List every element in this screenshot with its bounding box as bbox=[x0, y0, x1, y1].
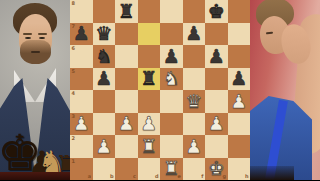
square-c7[interactable] bbox=[115, 23, 138, 46]
square-f7[interactable]: ♟ bbox=[183, 23, 206, 46]
square-h5[interactable]: ♟ bbox=[228, 68, 251, 91]
square-c1[interactable]: c bbox=[115, 158, 138, 181]
square-b6[interactable]: ♞ bbox=[93, 45, 116, 68]
white-queen-f4[interactable]: ♛ bbox=[183, 90, 206, 113]
black-pawn-g6[interactable]: ♟ bbox=[205, 45, 228, 68]
black-rook-d5[interactable]: ♜ bbox=[138, 68, 161, 91]
white-pawn-b2[interactable]: ♟ bbox=[93, 135, 116, 158]
screenshot-stage: ♚ ♟ ♞ ♜ 8♜♚7♟♛♟6♞♟♟5♟♜♞♟4♛♟3♟♟♟♟2♟♜♟1abc… bbox=[0, 0, 320, 180]
square-b8[interactable] bbox=[93, 0, 116, 23]
chess-board: 8♜♚7♟♛♟6♞♟♟5♟♜♞♟4♛♟3♟♟♟♟2♟♜♟1abcde♜fg♚h bbox=[70, 0, 250, 180]
file-label-a: a bbox=[88, 174, 91, 179]
square-h8[interactable] bbox=[228, 0, 251, 23]
square-h6[interactable] bbox=[228, 45, 251, 68]
black-king-g8[interactable]: ♚ bbox=[205, 0, 228, 23]
square-f8[interactable] bbox=[183, 0, 206, 23]
square-e1[interactable]: e♜ bbox=[160, 158, 183, 181]
square-g1[interactable]: g♚ bbox=[205, 158, 228, 181]
wooden-pieces-foreground: ♚ ♟ ♞ ♜ bbox=[0, 120, 70, 180]
square-g3[interactable]: ♟ bbox=[205, 113, 228, 136]
file-label-f: f bbox=[201, 174, 203, 179]
file-label-d: d bbox=[155, 174, 159, 179]
square-d4[interactable] bbox=[138, 90, 161, 113]
rank-label-4: 4 bbox=[72, 91, 75, 96]
square-c5[interactable] bbox=[115, 68, 138, 91]
square-e7[interactable] bbox=[160, 23, 183, 46]
rank-label-5: 5 bbox=[72, 69, 75, 74]
white-king-g1[interactable]: ♚ bbox=[205, 158, 228, 181]
square-g5[interactable] bbox=[205, 68, 228, 91]
square-g7[interactable] bbox=[205, 23, 228, 46]
square-a6[interactable]: 6 bbox=[70, 45, 93, 68]
white-rook-d2[interactable]: ♜ bbox=[138, 135, 161, 158]
file-label-b: b bbox=[110, 174, 114, 179]
square-g2[interactable] bbox=[205, 135, 228, 158]
square-f4[interactable]: ♛ bbox=[183, 90, 206, 113]
square-a4[interactable]: 4 bbox=[70, 90, 93, 113]
left-player-eyebrow bbox=[38, 33, 47, 35]
square-d7[interactable] bbox=[138, 23, 161, 46]
square-b3[interactable] bbox=[93, 113, 116, 136]
square-b2[interactable]: ♟ bbox=[93, 135, 116, 158]
square-b4[interactable] bbox=[93, 90, 116, 113]
rank-label-8: 8 bbox=[72, 1, 75, 6]
square-c8[interactable]: ♜ bbox=[115, 0, 138, 23]
white-pawn-g3[interactable]: ♟ bbox=[205, 113, 228, 136]
white-pawn-h4[interactable]: ♟ bbox=[228, 90, 251, 113]
square-d1[interactable]: d bbox=[138, 158, 161, 181]
square-a2[interactable]: 2 bbox=[70, 135, 93, 158]
black-pawn-h5[interactable]: ♟ bbox=[228, 68, 251, 91]
square-g4[interactable] bbox=[205, 90, 228, 113]
white-pawn-a3[interactable]: ♟ bbox=[70, 113, 93, 136]
black-pawn-e6[interactable]: ♟ bbox=[160, 45, 183, 68]
square-h2[interactable] bbox=[228, 135, 251, 158]
black-pawn-f7[interactable]: ♟ bbox=[183, 23, 206, 46]
square-d2[interactable]: ♜ bbox=[138, 135, 161, 158]
table-edge bbox=[0, 172, 70, 180]
square-h1[interactable]: h bbox=[228, 158, 251, 181]
square-h4[interactable]: ♟ bbox=[228, 90, 251, 113]
player-photo-right bbox=[250, 0, 320, 180]
white-pawn-f2[interactable]: ♟ bbox=[183, 135, 206, 158]
black-knight-b6[interactable]: ♞ bbox=[93, 45, 116, 68]
left-player-mouth bbox=[31, 51, 40, 53]
square-e3[interactable] bbox=[160, 113, 183, 136]
square-g6[interactable]: ♟ bbox=[205, 45, 228, 68]
square-e4[interactable] bbox=[160, 90, 183, 113]
square-e6[interactable]: ♟ bbox=[160, 45, 183, 68]
black-rook-c8[interactable]: ♜ bbox=[115, 0, 138, 23]
square-g8[interactable]: ♚ bbox=[205, 0, 228, 23]
square-c4[interactable] bbox=[115, 90, 138, 113]
square-f5[interactable] bbox=[183, 68, 206, 91]
white-pawn-d3[interactable]: ♟ bbox=[138, 113, 161, 136]
square-f3[interactable] bbox=[183, 113, 206, 136]
file-label-c: c bbox=[133, 174, 136, 179]
square-b1[interactable]: b bbox=[93, 158, 116, 181]
rank-label-1: 1 bbox=[72, 159, 75, 164]
file-label-h: h bbox=[245, 174, 249, 179]
square-a3[interactable]: 3♟ bbox=[70, 113, 93, 136]
black-queen-b7[interactable]: ♛ bbox=[93, 23, 116, 46]
rank-label-6: 6 bbox=[72, 46, 75, 51]
white-rook-e1[interactable]: ♜ bbox=[160, 158, 183, 181]
square-b7[interactable]: ♛ bbox=[93, 23, 116, 46]
square-h7[interactable] bbox=[228, 23, 251, 46]
square-e2[interactable] bbox=[160, 135, 183, 158]
square-c6[interactable] bbox=[115, 45, 138, 68]
square-f1[interactable]: f bbox=[183, 158, 206, 181]
square-b5[interactable]: ♟ bbox=[93, 68, 116, 91]
square-d3[interactable]: ♟ bbox=[138, 113, 161, 136]
square-d8[interactable] bbox=[138, 0, 161, 23]
white-knight-e5[interactable]: ♞ bbox=[160, 68, 183, 91]
square-a8[interactable]: 8 bbox=[70, 0, 93, 23]
square-a1[interactable]: 1a bbox=[70, 158, 93, 181]
square-f6[interactable] bbox=[183, 45, 206, 68]
square-a5[interactable]: 5 bbox=[70, 68, 93, 91]
square-d6[interactable] bbox=[138, 45, 161, 68]
player-photo-left: ♚ ♟ ♞ ♜ bbox=[0, 0, 70, 180]
right-bottom-shadow bbox=[250, 166, 294, 180]
black-pawn-a7[interactable]: ♟ bbox=[70, 23, 93, 46]
square-h3[interactable] bbox=[228, 113, 251, 136]
square-d5[interactable]: ♜ bbox=[138, 68, 161, 91]
square-f2[interactable]: ♟ bbox=[183, 135, 206, 158]
square-c2[interactable] bbox=[115, 135, 138, 158]
square-a7[interactable]: 7♟ bbox=[70, 23, 93, 46]
square-c3[interactable]: ♟ bbox=[115, 113, 138, 136]
square-e8[interactable] bbox=[160, 0, 183, 23]
square-e5[interactable]: ♞ bbox=[160, 68, 183, 91]
left-player-eyebrow bbox=[23, 33, 32, 35]
black-pawn-b5[interactable]: ♟ bbox=[93, 68, 116, 91]
white-pawn-c3[interactable]: ♟ bbox=[115, 113, 138, 136]
rank-label-2: 2 bbox=[72, 136, 75, 141]
